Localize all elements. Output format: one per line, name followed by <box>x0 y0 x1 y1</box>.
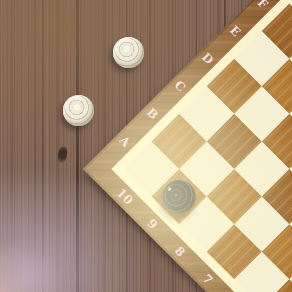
photo-scene: ABCDEF10987 <box>0 0 292 292</box>
wood-knot <box>56 145 68 163</box>
file-label-E: E <box>227 24 242 39</box>
file-label-D: D <box>199 51 215 67</box>
rank-label-7: 7 <box>200 272 214 286</box>
rank-label-9: 9 <box>145 217 159 231</box>
file-label-B: B <box>144 106 160 122</box>
white-checker-table-2[interactable] <box>63 95 94 126</box>
file-label-F: F <box>255 0 270 11</box>
file-label-A: A <box>117 134 132 149</box>
rank-label-8: 8 <box>172 244 186 258</box>
file-label-C: C <box>172 79 187 94</box>
white-checker-table-1[interactable] <box>113 37 144 68</box>
board-grid <box>124 0 292 292</box>
